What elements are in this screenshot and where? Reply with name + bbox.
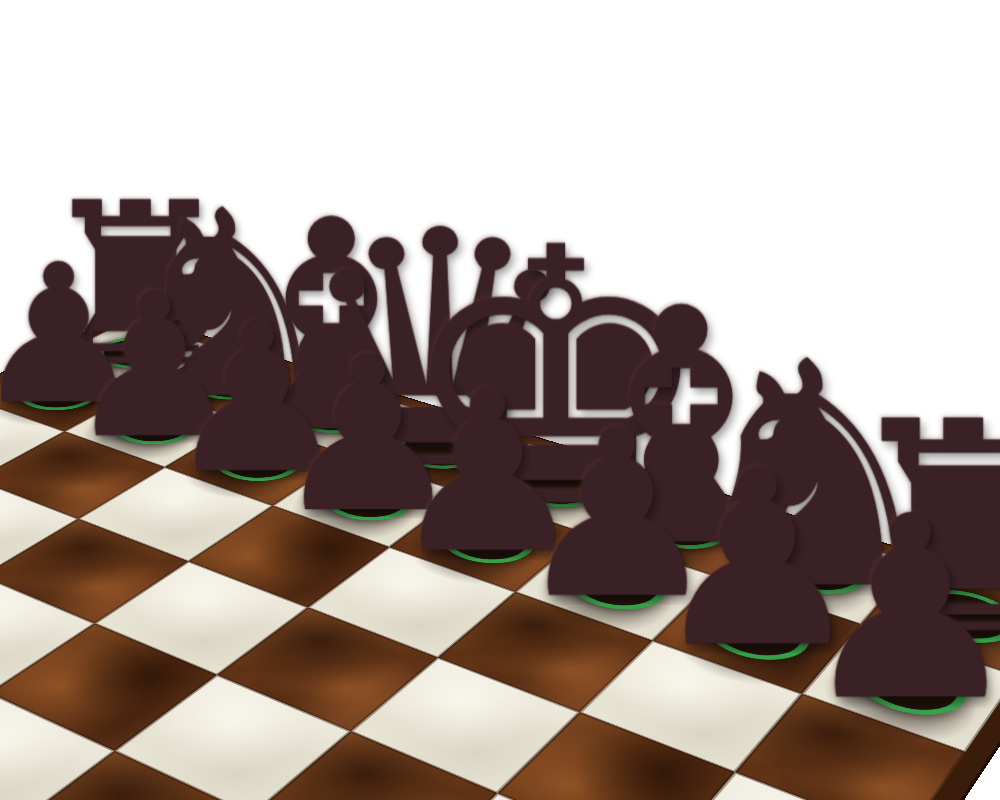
piece-black-pawn-h7[interactable]: ♟ [802, 624, 1000, 752]
chess-board: ♜♞♝♛♚♝♞♜♟♟♟♟♟♟♟♟ [0, 312, 1000, 800]
pieces-layer: ♜♞♝♛♚♝♞♜♟♟♟♟♟♟♟♟ [0, 320, 1000, 800]
chess-photo-scene: ♜♞♝♛♚♝♞♜♟♟♟♟♟♟♟♟ [0, 0, 1000, 800]
